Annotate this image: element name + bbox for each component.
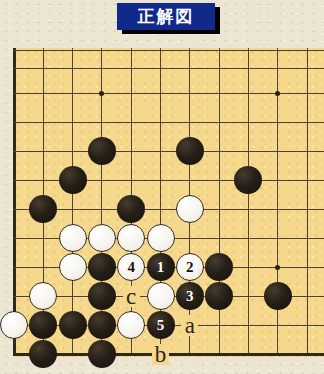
black-stone	[29, 195, 57, 223]
white-stone	[0, 311, 28, 339]
grid-line-horizontal	[13, 122, 324, 123]
black-stone	[88, 137, 116, 165]
white-stone	[147, 282, 175, 310]
black-stone	[117, 195, 145, 223]
grid-line-horizontal	[13, 68, 324, 69]
white-stone	[59, 253, 87, 281]
black-stone-move-5: 5	[147, 311, 175, 339]
white-stone	[117, 311, 145, 339]
grid-line-horizontal	[13, 209, 324, 210]
grid-line-vertical	[248, 48, 249, 356]
grid-line-vertical	[72, 48, 73, 356]
black-stone	[29, 340, 57, 368]
star-point	[275, 91, 280, 96]
black-stone	[205, 253, 233, 281]
black-stone	[176, 137, 204, 165]
black-stone	[88, 340, 116, 368]
board-left-edge	[13, 48, 16, 356]
white-stone-move-2: 2	[176, 253, 204, 281]
black-stone	[264, 282, 292, 310]
move-number: 5	[157, 318, 165, 333]
move-number: 1	[157, 260, 165, 275]
grid-line-horizontal	[13, 50, 324, 51]
banner-title: 正解図	[138, 8, 195, 25]
black-stone	[205, 282, 233, 310]
white-stone	[29, 282, 57, 310]
white-stone	[88, 224, 116, 252]
star-point	[275, 265, 280, 270]
black-stone	[29, 311, 57, 339]
grid-line-vertical	[307, 48, 308, 356]
white-stone	[147, 224, 175, 252]
white-stone	[59, 224, 87, 252]
go-problem-diagram: 正解図 abc41235	[0, 0, 324, 374]
star-point	[99, 91, 104, 96]
move-number: 4	[127, 260, 135, 275]
point-label-a: a	[181, 315, 198, 336]
go-board: abc41235	[14, 48, 324, 357]
black-stone	[234, 166, 262, 194]
black-stone-move-3: 3	[176, 282, 204, 310]
white-stone	[117, 224, 145, 252]
point-label-c: c	[123, 286, 140, 307]
title-banner: 正解図	[117, 3, 215, 30]
white-stone	[176, 195, 204, 223]
black-stone-move-1: 1	[147, 253, 175, 281]
black-stone	[59, 166, 87, 194]
black-stone	[88, 282, 116, 310]
move-number: 2	[186, 260, 194, 275]
black-stone	[88, 311, 116, 339]
move-number: 3	[186, 289, 194, 304]
point-label-b: b	[152, 344, 169, 365]
black-stone	[88, 253, 116, 281]
grid-line-horizontal	[13, 151, 324, 152]
black-stone	[59, 311, 87, 339]
white-stone-move-4: 4	[117, 253, 145, 281]
